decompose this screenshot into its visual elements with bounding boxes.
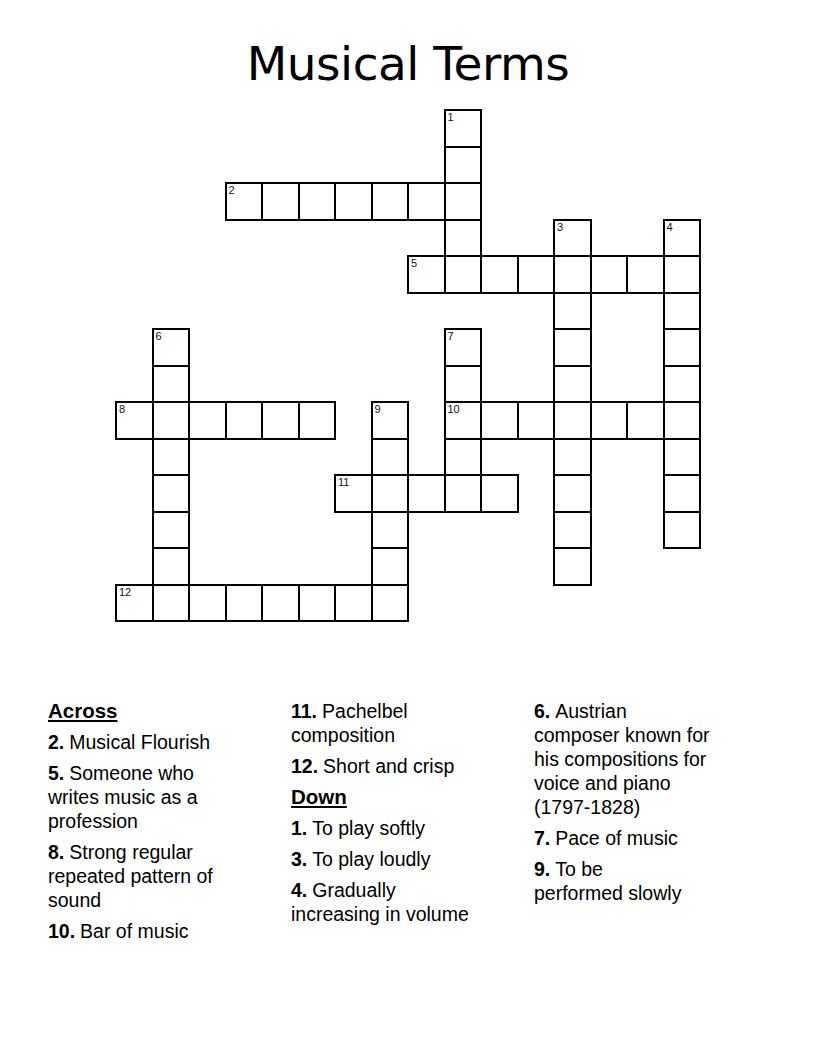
clue-number: 9. bbox=[534, 858, 550, 880]
across-header: Across bbox=[48, 699, 278, 723]
grid-cell-r7c15[interactable] bbox=[663, 365, 702, 404]
grid-cell-r4c11[interactable] bbox=[517, 255, 556, 294]
cell-number-9: 9 bbox=[375, 404, 381, 415]
grid-cell-r9c12[interactable] bbox=[553, 438, 592, 477]
clue-text: Someone who writes music as a profession bbox=[48, 762, 198, 832]
grid-cell-r12c12[interactable] bbox=[553, 547, 592, 586]
cell-number-10: 10 bbox=[448, 404, 460, 415]
grid-cell-r8c14[interactable] bbox=[626, 401, 665, 440]
clue-number: 5. bbox=[48, 762, 64, 784]
grid-cell-r3c9[interactable] bbox=[444, 219, 483, 258]
grid-cell-r13c4[interactable] bbox=[261, 584, 300, 623]
grid-cell-r8c12[interactable] bbox=[553, 401, 592, 440]
grid-cell-r2c3[interactable]: 2 bbox=[225, 182, 264, 221]
grid-cell-r13c2[interactable] bbox=[188, 584, 227, 623]
clue-text: Bar of music bbox=[80, 920, 188, 942]
grid-cell-r0c9[interactable]: 1 bbox=[444, 109, 483, 148]
grid-cell-r4c15[interactable] bbox=[663, 255, 702, 294]
grid-cell-r13c7[interactable] bbox=[371, 584, 410, 623]
cell-number-12: 12 bbox=[119, 587, 131, 598]
grid-cell-r12c1[interactable] bbox=[152, 547, 191, 586]
grid-cell-r9c15[interactable] bbox=[663, 438, 702, 477]
grid-cell-r3c15[interactable]: 4 bbox=[663, 219, 702, 258]
grid-cell-r2c7[interactable] bbox=[371, 182, 410, 221]
clue-number: 1. bbox=[291, 817, 307, 839]
grid-cell-r8c10[interactable] bbox=[480, 401, 519, 440]
grid-cell-r8c9[interactable]: 10 bbox=[444, 401, 483, 440]
cell-number-4: 4 bbox=[667, 222, 673, 233]
clue-text: To play loudly bbox=[312, 848, 430, 870]
clue-number: 8. bbox=[48, 841, 64, 863]
grid-cell-r11c12[interactable] bbox=[553, 511, 592, 550]
clue-number: 2. bbox=[48, 731, 64, 753]
grid-cell-r2c8[interactable] bbox=[407, 182, 446, 221]
clue-text: Short and crisp bbox=[323, 755, 454, 777]
grid-cell-r13c1[interactable] bbox=[152, 584, 191, 623]
grid-cell-r2c4[interactable] bbox=[261, 182, 300, 221]
clues-column-2: 11.Pachelbel composition12.Short and cri… bbox=[291, 699, 523, 933]
clue-text: Gradually increasing in volume bbox=[291, 879, 469, 925]
grid-cell-r8c2[interactable] bbox=[188, 401, 227, 440]
puzzle-title: Musical Terms bbox=[0, 36, 816, 91]
clue-down-3: 3.To play loudly bbox=[291, 847, 523, 871]
clue-text: To play softly bbox=[312, 817, 425, 839]
grid-cell-r8c3[interactable] bbox=[225, 401, 264, 440]
grid-cell-r11c15[interactable] bbox=[663, 511, 702, 550]
grid-cell-r8c15[interactable] bbox=[663, 401, 702, 440]
clue-number: 10. bbox=[48, 920, 75, 942]
clue-number: 7. bbox=[534, 827, 550, 849]
grid-cell-r10c7[interactable] bbox=[371, 474, 410, 513]
clue-across-2: 2.Musical Flourish bbox=[48, 730, 278, 754]
grid-cell-r13c6[interactable] bbox=[334, 584, 373, 623]
grid-cell-r8c7[interactable]: 9 bbox=[371, 401, 410, 440]
clue-down-7: 7.Pace of music bbox=[534, 826, 734, 850]
grid-cell-r8c0[interactable]: 8 bbox=[115, 401, 154, 440]
clue-across-5: 5.Someone who writes music as a professi… bbox=[48, 761, 233, 833]
grid-cell-r1c9[interactable] bbox=[444, 146, 483, 185]
clue-number: 11. bbox=[291, 700, 317, 722]
clues-column-3: 6.Austrian composer known for his compos… bbox=[534, 699, 734, 912]
grid-cell-r10c9[interactable] bbox=[444, 474, 483, 513]
cell-number-5: 5 bbox=[411, 258, 417, 269]
grid-cell-r4c13[interactable] bbox=[590, 255, 629, 294]
clue-down-1: 1.To play softly bbox=[291, 816, 523, 840]
grid-cell-r9c7[interactable] bbox=[371, 438, 410, 477]
grid-cell-r4c12[interactable] bbox=[553, 255, 592, 294]
cell-number-11: 11 bbox=[338, 477, 349, 488]
clue-text: Pace of music bbox=[555, 827, 677, 849]
clue-across-10: 10.Bar of music bbox=[48, 919, 278, 943]
cell-number-3: 3 bbox=[557, 222, 563, 233]
grid-cell-r8c5[interactable] bbox=[298, 401, 337, 440]
grid-cell-r9c9[interactable] bbox=[444, 438, 483, 477]
grid-cell-r4c8[interactable]: 5 bbox=[407, 255, 446, 294]
grid-cell-r13c5[interactable] bbox=[298, 584, 337, 623]
grid-cell-r6c9[interactable]: 7 bbox=[444, 328, 483, 367]
cell-number-8: 8 bbox=[119, 404, 125, 415]
clue-number: 4. bbox=[291, 879, 307, 901]
crossword-grid: 123456789101112 bbox=[115, 109, 703, 624]
clue-text: Strong regular repeated pattern of sound bbox=[48, 841, 213, 911]
clue-number: 6. bbox=[534, 700, 550, 722]
grid-cell-r2c6[interactable] bbox=[334, 182, 373, 221]
grid-cell-r5c12[interactable] bbox=[553, 292, 592, 331]
grid-cell-r2c5[interactable] bbox=[298, 182, 337, 221]
cell-number-2: 2 bbox=[229, 185, 235, 196]
clue-number: 12. bbox=[291, 755, 318, 777]
cell-number-1: 1 bbox=[448, 112, 454, 123]
clue-text: Musical Flourish bbox=[69, 731, 210, 753]
grid-cell-r10c1[interactable] bbox=[152, 474, 191, 513]
grid-cell-r10c15[interactable] bbox=[663, 474, 702, 513]
grid-cell-r12c7[interactable] bbox=[371, 547, 410, 586]
grid-cell-r4c9[interactable] bbox=[444, 255, 483, 294]
grid-cell-r8c1[interactable] bbox=[152, 401, 191, 440]
grid-cell-r3c12[interactable]: 3 bbox=[553, 219, 592, 258]
cell-number-7: 7 bbox=[448, 331, 454, 342]
grid-cell-r6c1[interactable]: 6 bbox=[152, 328, 191, 367]
grid-cell-r5c15[interactable] bbox=[663, 292, 702, 331]
grid-cell-r6c12[interactable] bbox=[553, 328, 592, 367]
grid-cell-r4c10[interactable] bbox=[480, 255, 519, 294]
clue-down-6: 6.Austrian composer known for his compos… bbox=[534, 699, 712, 819]
grid-cell-r6c15[interactable] bbox=[663, 328, 702, 367]
clue-down-9: 9.To be performed slowly bbox=[534, 857, 689, 905]
grid-cell-r9c1[interactable] bbox=[152, 438, 191, 477]
clue-across-8: 8.Strong regular repeated pattern of sou… bbox=[48, 840, 233, 912]
grid-cell-r10c12[interactable] bbox=[553, 474, 592, 513]
grid-cell-r8c4[interactable] bbox=[261, 401, 300, 440]
grid-cell-r13c3[interactable] bbox=[225, 584, 264, 623]
clue-text: To be performed slowly bbox=[534, 858, 681, 904]
grid-cell-r10c8[interactable] bbox=[407, 474, 446, 513]
grid-cell-r4c14[interactable] bbox=[626, 255, 665, 294]
grid-cell-r7c1[interactable] bbox=[152, 365, 191, 404]
grid-cell-r8c11[interactable] bbox=[517, 401, 556, 440]
clue-across-12: 12.Short and crisp bbox=[291, 754, 523, 778]
grid-cell-r11c7[interactable] bbox=[371, 511, 410, 550]
grid-cell-r8c13[interactable] bbox=[590, 401, 629, 440]
grid-cell-r13c0[interactable]: 12 bbox=[115, 584, 154, 623]
clue-across-11: 11.Pachelbel composition bbox=[291, 699, 506, 747]
down-header: Down bbox=[291, 785, 523, 809]
clue-number: 3. bbox=[291, 848, 307, 870]
grid-cell-r11c1[interactable] bbox=[152, 511, 191, 550]
clue-down-4: 4.Gradually increasing in volume bbox=[291, 878, 476, 926]
clue-text: Austrian composer known for his composit… bbox=[534, 700, 710, 818]
cell-number-6: 6 bbox=[156, 331, 162, 342]
grid-cell-r10c6[interactable]: 11 bbox=[334, 474, 373, 513]
crossword-page: Musical Terms 123456789101112 Across2.Mu… bbox=[0, 0, 816, 1056]
grid-cell-r2c9[interactable] bbox=[444, 182, 483, 221]
grid-cell-r10c10[interactable] bbox=[480, 474, 519, 513]
clues-column-1: Across2.Musical Flourish5.Someone who wr… bbox=[48, 699, 278, 950]
grid-cell-r7c9[interactable] bbox=[444, 365, 483, 404]
grid-cell-r7c12[interactable] bbox=[553, 365, 592, 404]
